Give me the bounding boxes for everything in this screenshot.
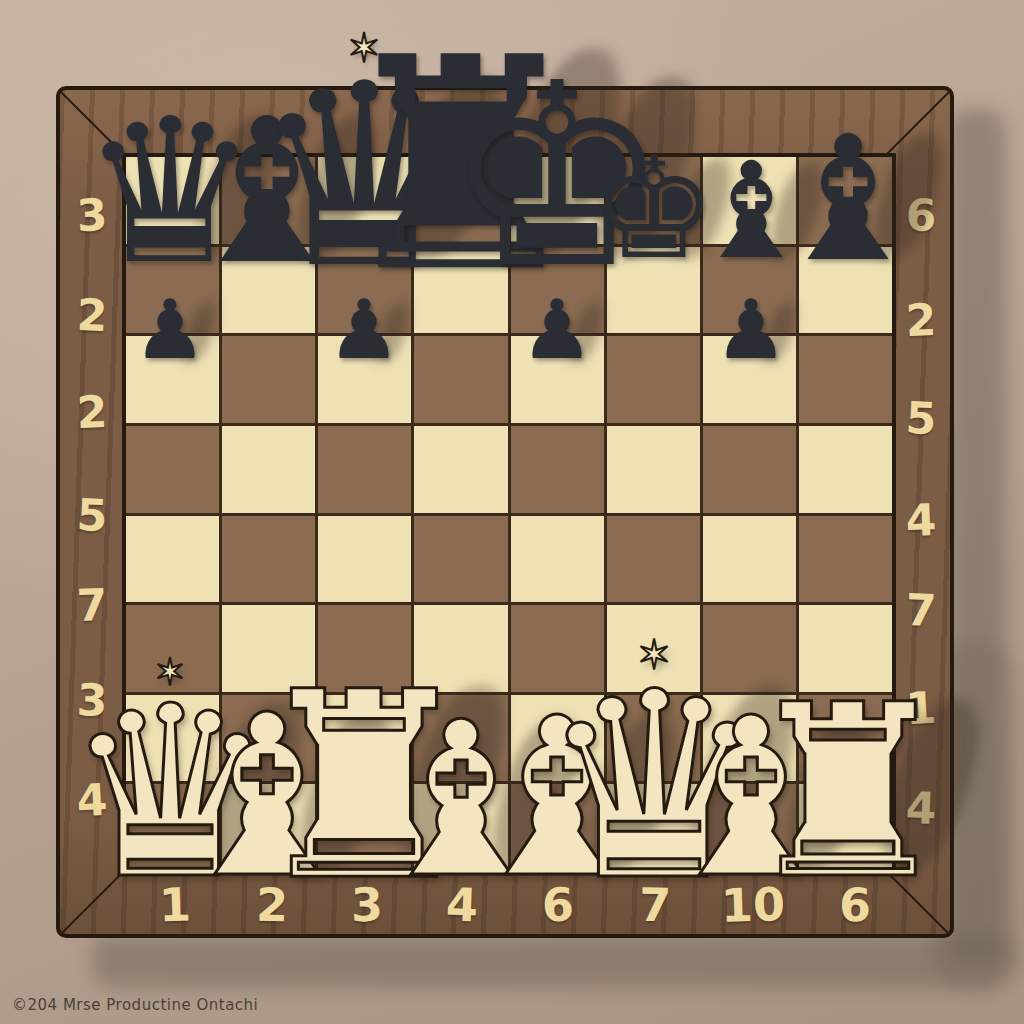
piece-wr-r8c8: ♜ (741, 673, 955, 912)
illustration-stage: 32257346254714123467106 ♛♝♛✶♜♚♚♝♝♟♟♟♟♛✶♝… (0, 0, 1024, 1024)
square-r5c3 (318, 516, 411, 603)
square-r3c6 (607, 336, 700, 423)
square-r4c6 (607, 426, 700, 513)
label-right-4: 4 (905, 494, 937, 546)
square-r3c2 (222, 336, 315, 423)
square-r3c8 (799, 336, 892, 423)
label-right-3: 5 (904, 392, 937, 445)
label-left-5: 7 (76, 579, 108, 631)
square-r4c2 (222, 426, 315, 513)
label-left-3: 2 (76, 386, 108, 438)
label-left-4: 5 (75, 489, 108, 542)
square-r4c7 (703, 426, 796, 513)
square-r4c3 (318, 426, 411, 513)
square-r5c1 (126, 516, 219, 603)
square-r5c2 (222, 516, 315, 603)
square-r4c1 (126, 426, 219, 513)
square-r4c5 (511, 426, 604, 513)
square-r5c8 (799, 516, 892, 603)
label-right-2: 2 (905, 294, 937, 346)
board-cast-shadow-bottom (92, 936, 1016, 988)
square-r5c5 (511, 516, 604, 603)
watermark-text: ©204 Mrse Productine Ontachi (12, 996, 258, 1014)
square-r5c6 (607, 516, 700, 603)
square-r5c7 (703, 516, 796, 603)
piece-bb-r1c8: ♝ (770, 113, 925, 286)
piece-bp-r2c3: ♟ (327, 289, 401, 371)
piece-bp-r2c5: ♟ (520, 289, 594, 371)
square-r3c4 (414, 336, 507, 423)
piece-bp-r2c1: ♟ (133, 289, 207, 371)
square-r5c4 (414, 516, 507, 603)
square-r4c8 (799, 426, 892, 513)
square-r4c4 (414, 426, 507, 513)
label-right-5: 7 (905, 584, 937, 636)
piece-bp-r2c7: ♟ (714, 289, 788, 371)
